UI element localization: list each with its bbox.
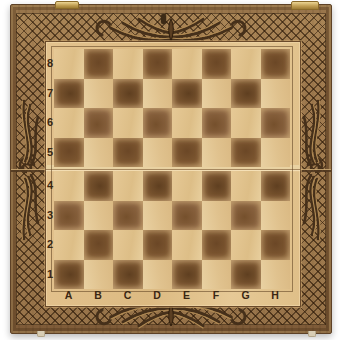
square-h1[interactable] — [261, 260, 291, 290]
square-c3[interactable] — [113, 201, 143, 231]
file-label-g: G — [231, 287, 261, 303]
rank-label-6: 6 — [45, 108, 55, 138]
square-f3[interactable] — [202, 201, 232, 231]
rank-label-1: 1 — [45, 260, 55, 290]
square-a2[interactable] — [54, 230, 84, 260]
file-label-b: B — [84, 287, 114, 303]
square-f1[interactable] — [202, 260, 232, 290]
foot-right — [308, 331, 316, 337]
square-b3[interactable] — [84, 201, 114, 231]
square-e2[interactable] — [172, 230, 202, 260]
square-h4[interactable] — [261, 171, 291, 201]
chess-board-case: 87654321 ABCDEFGH — [10, 4, 332, 334]
square-g8[interactable] — [231, 49, 261, 79]
latch-slot — [161, 14, 166, 24]
rank-label-7: 7 — [45, 79, 55, 109]
square-c4[interactable] — [113, 171, 143, 201]
square-h8[interactable] — [261, 49, 291, 79]
rank-label-3: 3 — [45, 201, 55, 231]
foot-left — [37, 331, 45, 337]
square-a8[interactable] — [54, 49, 84, 79]
hinge-left — [55, 1, 79, 9]
square-b5[interactable] — [84, 138, 114, 168]
square-d3[interactable] — [143, 201, 173, 231]
square-f2[interactable] — [202, 230, 232, 260]
rank-label-2: 2 — [45, 230, 55, 260]
photo-canvas: 87654321 ABCDEFGH — [0, 0, 340, 340]
square-e1[interactable] — [172, 260, 202, 290]
square-g5[interactable] — [231, 138, 261, 168]
square-g3[interactable] — [231, 201, 261, 231]
square-g7[interactable] — [231, 79, 261, 109]
square-a6[interactable] — [54, 108, 84, 138]
square-d5[interactable] — [143, 138, 173, 168]
square-f4[interactable] — [202, 171, 232, 201]
rank-label-8: 8 — [45, 49, 55, 79]
square-c6[interactable] — [113, 108, 143, 138]
square-f8[interactable] — [202, 49, 232, 79]
square-a5[interactable] — [54, 138, 84, 168]
hinge-right — [291, 1, 319, 10]
square-b7[interactable] — [84, 79, 114, 109]
file-label-h: H — [261, 287, 291, 303]
square-b6[interactable] — [84, 108, 114, 138]
square-c2[interactable] — [113, 230, 143, 260]
file-label-a: A — [54, 287, 84, 303]
square-d7[interactable] — [143, 79, 173, 109]
rank-label-5: 5 — [45, 138, 55, 168]
square-d2[interactable] — [143, 230, 173, 260]
square-d8[interactable] — [143, 49, 173, 79]
playing-surface: 87654321 ABCDEFGH — [45, 41, 301, 307]
file-label-c: C — [113, 287, 143, 303]
square-h6[interactable] — [261, 108, 291, 138]
square-e6[interactable] — [172, 108, 202, 138]
square-f5[interactable] — [202, 138, 232, 168]
square-e4[interactable] — [172, 171, 202, 201]
square-b2[interactable] — [84, 230, 114, 260]
square-f6[interactable] — [202, 108, 232, 138]
rank-label-4: 4 — [45, 171, 55, 201]
square-g2[interactable] — [231, 230, 261, 260]
square-b8[interactable] — [84, 49, 114, 79]
square-h3[interactable] — [261, 201, 291, 231]
square-g1[interactable] — [231, 260, 261, 290]
square-e7[interactable] — [172, 79, 202, 109]
square-h7[interactable] — [261, 79, 291, 109]
file-label-d: D — [143, 287, 173, 303]
square-g4[interactable] — [231, 171, 261, 201]
file-label-f: F — [202, 287, 232, 303]
square-c1[interactable] — [113, 260, 143, 290]
square-e3[interactable] — [172, 201, 202, 231]
square-c8[interactable] — [113, 49, 143, 79]
file-label-e: E — [172, 287, 202, 303]
square-e8[interactable] — [172, 49, 202, 79]
square-c5[interactable] — [113, 138, 143, 168]
square-b4[interactable] — [84, 171, 114, 201]
square-a4[interactable] — [54, 171, 84, 201]
square-h2[interactable] — [261, 230, 291, 260]
square-a1[interactable] — [54, 260, 84, 290]
square-f7[interactable] — [202, 79, 232, 109]
square-b1[interactable] — [84, 260, 114, 290]
square-e5[interactable] — [172, 138, 202, 168]
square-g6[interactable] — [231, 108, 261, 138]
square-d6[interactable] — [143, 108, 173, 138]
squares-grid[interactable] — [54, 49, 290, 289]
square-a3[interactable] — [54, 201, 84, 231]
square-h5[interactable] — [261, 138, 291, 168]
square-c7[interactable] — [113, 79, 143, 109]
square-d4[interactable] — [143, 171, 173, 201]
square-d1[interactable] — [143, 260, 173, 290]
square-a7[interactable] — [54, 79, 84, 109]
